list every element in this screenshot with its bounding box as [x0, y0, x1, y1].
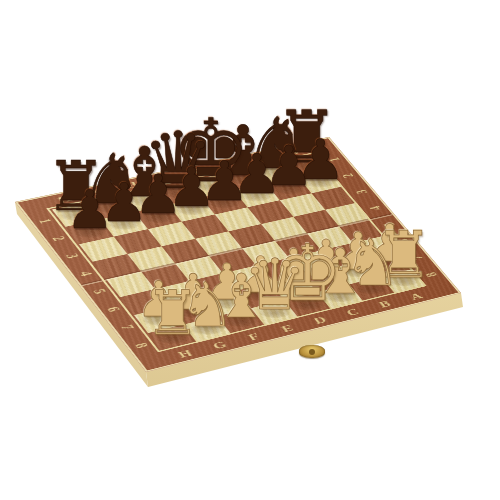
light-rook-glyph: ♜: [145, 283, 200, 344]
pieces-layer: ♜♞♝♚♛♝♞♜♟♟♟♟♟♟♟♟♟♟♟♟♟♟♟♟♜♞♝♚♛♝♞♜: [0, 0, 500, 500]
product-photo-stage: HGFEDCBA HGFEDCBA 12345678 12345678 ♜♞♝♚…: [0, 0, 500, 500]
dark-pawn-glyph: ♟: [66, 184, 114, 237]
